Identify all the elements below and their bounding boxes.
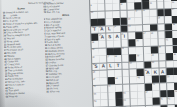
black-cell: [153, 98, 160, 105]
grid-cell: [106, 18, 113, 25]
black-cell: [128, 40, 135, 47]
grid-cell: [168, 105, 175, 107]
black-cell: [142, 2, 149, 9]
grid-cell: [138, 91, 145, 98]
cell-number: 57: [145, 91, 147, 94]
grid-cell: [105, 4, 112, 11]
grid-cell: [122, 70, 129, 77]
grid-cell: A: [159, 68, 166, 75]
grid-cell: 29: [92, 41, 99, 48]
black-cell: [98, 19, 105, 26]
cell-number: 29: [92, 41, 94, 44]
grid-cell: 51: [93, 85, 100, 92]
cell-number: 33: [92, 48, 94, 51]
cell-number: 14: [91, 11, 93, 14]
cell-number: 47: [93, 78, 95, 81]
cell-number: 22: [113, 25, 115, 28]
grid-cell: 50: [167, 75, 174, 82]
grid-cell: [143, 39, 150, 46]
cell-number: 10: [120, 3, 122, 6]
grid-cell: 55: [93, 93, 100, 100]
grid-cell: 30: [136, 39, 143, 46]
grid-cell: [115, 85, 122, 92]
cell-number: 45: [93, 70, 95, 73]
black-cell: [164, 9, 171, 16]
grid-cell: [144, 54, 151, 61]
grid-cell: [135, 17, 142, 24]
grid-cell: 61: [160, 98, 167, 105]
grid-cell: [152, 91, 159, 98]
grid-cell: [108, 92, 115, 99]
grid-cell: [130, 69, 137, 76]
grid-cell: [108, 100, 115, 107]
grid-cell: [164, 1, 171, 8]
grid-cell: [115, 70, 122, 77]
photographed-newspaper-page: Crossword Edited by Will Shortz Across 1…: [0, 0, 177, 107]
grid-cell: L: [106, 26, 113, 33]
cell-number: 31: [166, 38, 168, 41]
grid-cell: 60: [123, 99, 130, 106]
pencil-letter: S: [106, 34, 113, 39]
black-cell: [152, 76, 159, 83]
cell-number: 49: [137, 76, 139, 79]
cell-number: 59: [94, 100, 96, 103]
cell-number: 60: [123, 99, 125, 102]
black-cell: [136, 32, 143, 39]
cell-number: 53: [152, 83, 154, 86]
grid-cell: [100, 70, 107, 77]
grid-cell: [100, 85, 107, 92]
grid-cell: [137, 62, 144, 69]
grid-cell: 39: [136, 54, 143, 61]
grid-cell: [144, 47, 151, 54]
black-cell: [165, 24, 172, 31]
grid-cell: [128, 32, 135, 39]
cell-number: 58: [175, 90, 177, 93]
grid-cell: [146, 106, 153, 107]
black-cell: [129, 54, 136, 61]
cell-number: 56: [123, 91, 125, 94]
grid-cell: 42S: [92, 63, 99, 70]
black-cell: [108, 77, 115, 84]
grid-cell: 48: [115, 77, 122, 84]
grid-cell: [145, 98, 152, 105]
crossword-grid-area: 1234567891011121314151617181920T21AL2223…: [89, 0, 177, 107]
black-cell: [150, 24, 157, 31]
black-cell: [173, 38, 177, 45]
grid-cell: [157, 2, 164, 9]
cell-number: 19: [158, 16, 160, 19]
grid-cell: 22: [113, 25, 120, 32]
cell-number: 12: [172, 1, 174, 4]
cell-number: 41: [174, 53, 176, 56]
grid-cell: 49: [137, 76, 144, 83]
grid-cell: T: [114, 62, 121, 69]
grid-cell: [160, 83, 167, 90]
cell-number: 40: [151, 53, 153, 56]
grid-cell: [175, 97, 177, 104]
black-cell: [116, 92, 123, 99]
grid-cell: [138, 106, 145, 107]
grid-cell: A: [113, 33, 120, 40]
grid-cell: 44: [151, 61, 158, 68]
black-cell: [91, 34, 98, 41]
grid-cell: [121, 40, 128, 47]
cell-number: 51: [93, 85, 95, 88]
grid-cell: [114, 40, 121, 47]
grid-cell: 37: [107, 55, 114, 62]
grid-cell: [129, 47, 136, 54]
grid-cell: [174, 75, 177, 82]
grid-cell: 18: [128, 18, 135, 25]
grid-cell: 17: [172, 9, 177, 16]
grid-cell: [105, 11, 112, 18]
cell-number: 64: [124, 106, 126, 107]
grid-cell: 64: [123, 106, 130, 107]
grid-cell: [98, 4, 105, 11]
cell-number: 36: [92, 56, 94, 59]
pencil-letter: L: [107, 63, 114, 68]
cell-number: 11: [150, 2, 152, 5]
grid-cell: [138, 99, 145, 106]
grid-cell: [122, 62, 129, 69]
black-cell: [120, 18, 127, 25]
grid-cell: [99, 41, 106, 48]
pencil-letter: T: [91, 27, 98, 32]
cell-number: 35: [159, 46, 161, 49]
grid-cell: 52: [108, 85, 115, 92]
grid-cell: [142, 17, 149, 24]
grid-cell: 53: [152, 83, 159, 90]
grid-cell: 62: [167, 98, 174, 105]
grid-cell: 23: [128, 25, 135, 32]
grid-cell: 58: [175, 90, 177, 97]
grid-cell: 47: [93, 78, 100, 85]
grid-cell: 41: [173, 53, 177, 60]
black-cell: [160, 105, 167, 107]
cell-number: 55: [94, 92, 96, 95]
crossword-page: Crossword Edited by Will Shortz Across 1…: [0, 0, 177, 107]
grid-cell: 36: [92, 56, 99, 63]
black-cell: [159, 76, 166, 83]
cell-number: 34: [122, 47, 124, 50]
grid-cell: 26I: [121, 33, 128, 40]
grid-cell: [137, 84, 144, 91]
grid-cell: [122, 55, 129, 62]
grid-cell: 10: [120, 3, 127, 10]
cell-number: 17: [172, 8, 174, 11]
grid-cell: 43: [129, 62, 136, 69]
grid-cell: [99, 48, 106, 55]
cell-number: 24: [173, 23, 175, 26]
grid-cell: 16: [142, 10, 149, 17]
black-cell: [107, 48, 114, 55]
grid-cell: [106, 40, 113, 47]
grid-cell: [159, 61, 166, 68]
cell-number: 27: [143, 32, 145, 35]
grid-cell: 38: [114, 55, 121, 62]
cell-number: 23: [128, 25, 130, 28]
grid-cell: 24: [172, 23, 177, 30]
black-cell: [145, 84, 152, 91]
grid-cell: [101, 92, 108, 99]
black-cell: [174, 68, 177, 75]
grid-cell: 9: [90, 4, 97, 11]
black-cell: [135, 3, 142, 10]
grid-cell: 11: [149, 2, 156, 9]
grid-cell: [112, 3, 119, 10]
grid-cell: [158, 31, 165, 38]
grid-cell: [130, 91, 137, 98]
grid-cell: [167, 83, 174, 90]
grid-cell: 46A: [144, 69, 151, 76]
pencil-letter: A: [99, 34, 106, 39]
grid-cell: [145, 76, 152, 83]
pencil-letter: I: [121, 33, 128, 38]
black-cell: [91, 19, 98, 26]
cell-number: 30: [136, 39, 138, 42]
cell-number: 15: [135, 10, 137, 13]
grid-cell: 45: [93, 71, 100, 78]
grid-cell: 56: [123, 92, 130, 99]
grid-cell: 28: [150, 32, 157, 39]
grid-cell: [99, 56, 106, 63]
pencil-letter: A: [144, 69, 151, 74]
black-cell: [165, 31, 172, 38]
black-cell: [113, 18, 120, 25]
cell-number: 50: [167, 75, 169, 78]
pencil-letter: A: [100, 64, 107, 69]
cell-number: 16: [143, 9, 145, 12]
black-cell: [172, 16, 177, 23]
grid-cell: [107, 70, 114, 77]
black-cell: [116, 99, 123, 106]
cell-number: 62: [168, 97, 170, 100]
grid-cell: [101, 100, 108, 107]
pencil-letter: T: [115, 63, 122, 68]
cell-number: 52: [108, 85, 110, 88]
cell-number: 28: [151, 31, 153, 34]
cell-number: 61: [160, 98, 162, 101]
grid-cell: 14: [91, 11, 98, 18]
grid-cell: [143, 24, 150, 31]
grid-cell: 21A: [98, 26, 105, 33]
grid-cell: [120, 10, 127, 17]
black-cell: [166, 68, 173, 75]
black-cell: [160, 90, 167, 97]
black-cell: [167, 90, 174, 97]
grid-cell: 40: [151, 54, 158, 61]
black-cell: [151, 46, 158, 53]
grid-cell: [158, 24, 165, 31]
pencil-letter: K: [152, 69, 159, 74]
pencil-letter: S: [92, 64, 99, 69]
grid-cell: [131, 99, 138, 106]
black-cell: [121, 25, 128, 32]
clue-column-1-text: Across 19 Strand at a chalet, say20 ___ …: [2, 7, 42, 99]
grid-cell: L: [107, 63, 114, 70]
grid-cell: S: [106, 33, 113, 40]
grid-cell: 34: [121, 47, 128, 54]
cell-number: 39: [137, 54, 139, 57]
clue-column-1: Across 19 Strand at a chalet, say20 ___ …: [2, 6, 43, 107]
grid-cell: [123, 84, 130, 91]
clue-column-2-text: 65 Neither's partner66 Scot's denial68 C…: [43, 1, 90, 93]
pencil-letter: L: [106, 26, 113, 31]
grid-cell: A: [100, 63, 107, 70]
grid-cell: [130, 84, 137, 91]
grid-cell: K: [152, 68, 159, 75]
grid-cell: [166, 46, 173, 53]
clue-text: Wrap up: [8, 94, 18, 97]
black-cell: [157, 9, 164, 16]
black-cell: [166, 53, 173, 60]
black-cell: [137, 69, 144, 76]
cell-number: 44: [152, 61, 154, 64]
cell-number: 48: [115, 77, 117, 80]
grid-cell: [173, 31, 177, 38]
black-cell: [173, 46, 177, 53]
grid-cell: [113, 11, 120, 18]
clue-line: 41 Alley org.: [46, 89, 90, 93]
grid-cell: [122, 77, 129, 84]
cell-number: 9: [91, 4, 92, 7]
grid-cell: [159, 53, 166, 60]
grid-cell: 33: [92, 48, 99, 55]
grid-cell: 25A: [99, 33, 106, 40]
crossword-grid: 1234567891011121314151617181920T21AL2223…: [89, 0, 177, 107]
cell-number: 38: [115, 55, 117, 58]
grid-cell: [100, 78, 107, 85]
grid-cell: [166, 61, 173, 68]
cell-number: 18: [128, 17, 130, 20]
grid-cell: [135, 25, 142, 32]
grid-cell: [151, 39, 158, 46]
grid-cell: [174, 60, 177, 67]
grid-cell: 19: [157, 17, 164, 24]
grid-cell: 35: [158, 46, 165, 53]
grid-cell: 27: [143, 32, 150, 39]
grid-cell: [150, 17, 157, 24]
pencil-letter: A: [159, 69, 166, 74]
black-cell: [174, 82, 177, 89]
cell-number: 37: [107, 55, 109, 58]
black-cell: [114, 48, 121, 55]
grid-cell: [150, 9, 157, 16]
clue-text: Alley org.: [49, 89, 60, 92]
grid-cell: 15: [135, 10, 142, 17]
newspaper-crossword-photo: { "game": "crossword", "page": { "title"…: [0, 0, 177, 107]
grid-cell: [130, 77, 137, 84]
black-cell: [175, 105, 177, 107]
clue-text: Dec. 24, e.g.: [46, 10, 60, 13]
clue-column-2: 65 Neither's partner66 Scot's denial68 C…: [43, 1, 90, 103]
pencil-letter: A: [98, 27, 105, 32]
cell-number: 43: [130, 62, 132, 65]
grid-cell: [158, 39, 165, 46]
pencil-letter: A: [113, 33, 120, 38]
grid-cell: [131, 106, 138, 107]
grid-cell: 59: [94, 100, 101, 107]
grid-cell: 12: [172, 1, 177, 8]
black-cell: [144, 61, 151, 68]
grid-cell: [98, 11, 105, 18]
grid-cell: [136, 47, 143, 54]
grid-cell: [153, 105, 160, 107]
grid-cell: 57: [145, 91, 152, 98]
grid-cell: [127, 3, 134, 10]
grid-cell: [165, 16, 172, 23]
grid-cell: 31: [165, 38, 172, 45]
grid-cell: 20T: [91, 26, 98, 33]
grid-cell: [127, 10, 134, 17]
